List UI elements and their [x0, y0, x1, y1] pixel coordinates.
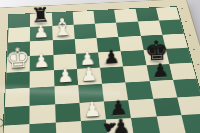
white-bishop[interactable]: ♝	[51, 14, 74, 39]
square-c7[interactable]: ♝	[52, 25, 75, 40]
white-pawn[interactable]: ♟	[33, 52, 50, 71]
photo-scene: ♜♟♝♚♟♟♟♚♟♟♟♟♟♟ ♟	[0, 0, 200, 133]
white-pawn[interactable]: ♟	[83, 99, 102, 120]
white-king[interactable]: ♚	[5, 44, 31, 72]
white-pawn[interactable]: ♟	[33, 22, 49, 40]
chess-board: ♜♟♝♚♟♟♟♚♟♟♟♟♟♟	[0, 0, 200, 133]
white-pawn[interactable]: ♟	[57, 66, 75, 85]
square-a5[interactable]: ♚	[6, 56, 30, 73]
black-pawn[interactable]: ♟	[102, 48, 119, 67]
white-pawn[interactable]: ♟	[81, 65, 99, 84]
black-pawn[interactable]: ♟	[152, 61, 169, 80]
